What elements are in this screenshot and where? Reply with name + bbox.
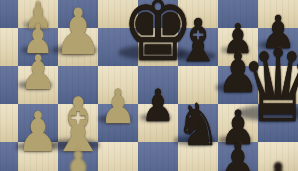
square-r0-c0 bbox=[0, 0, 18, 28]
black-pawn: ♟ bbox=[255, 155, 298, 171]
square-r2-c0 bbox=[0, 66, 18, 104]
white-pawn: ♟ bbox=[100, 83, 136, 130]
black-pawn: ♟ bbox=[141, 84, 175, 129]
white-pawn: ♟ bbox=[54, 1, 103, 65]
square-r3-c0 bbox=[0, 104, 18, 142]
black-knight: ♞ bbox=[176, 96, 221, 154]
black-pawn: ♟ bbox=[219, 138, 256, 171]
black-queen: ♛ bbox=[240, 37, 298, 137]
black-bishop: ♝ bbox=[175, 11, 220, 70]
white-pawn: ♟ bbox=[55, 143, 101, 171]
square-r1-c0 bbox=[0, 28, 18, 66]
square-r4-c4 bbox=[138, 142, 178, 171]
chessboard-photo: ♟♟♟♟♟♟♝♟♚♝♟♟♟♟♞♟♛♟♟ bbox=[0, 0, 298, 171]
white-pawn: ♟ bbox=[17, 105, 59, 160]
